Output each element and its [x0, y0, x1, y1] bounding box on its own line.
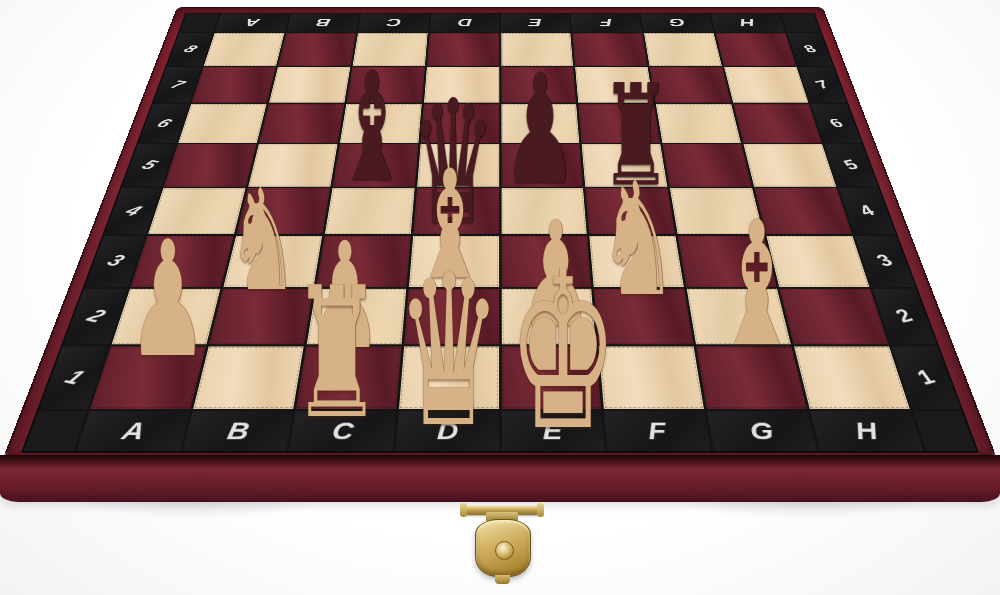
square-b6[interactable] [259, 104, 344, 143]
box-shadow-left [70, 470, 330, 520]
file-label-top-d: D [430, 14, 499, 32]
square-a8[interactable] [204, 33, 284, 66]
file-label-bottom-h: H [810, 411, 923, 451]
file-label-text: C [386, 16, 402, 29]
white-pawn-a2[interactable]: ♟ [128, 220, 208, 380]
square-h8[interactable] [716, 33, 796, 66]
rail-corner [913, 411, 976, 451]
rail-corner [781, 14, 821, 32]
rank-label-text: 8 [179, 43, 201, 56]
black-bishop-c5[interactable]: ♝ [334, 52, 409, 202]
clasp-button[interactable] [495, 541, 514, 560]
square-h1[interactable] [794, 347, 909, 409]
white-king-e1[interactable]: ♚ [508, 242, 618, 461]
square-h5[interactable] [744, 144, 837, 186]
rank-label-text: 1 [58, 365, 90, 390]
rank-label-text: 4 [853, 202, 881, 220]
file-label-bottom-g: G [707, 411, 817, 451]
file-label-text: F [646, 417, 667, 445]
white-bishop-g2[interactable]: ♝ [714, 199, 800, 371]
file-label-text: A [243, 16, 261, 29]
file-label-top-h: H [711, 14, 785, 32]
rank-label-text: 6 [152, 115, 176, 130]
file-label-top-b: B [287, 14, 360, 32]
black-pawn-e5[interactable]: ♟ [502, 55, 578, 206]
box-shadow-right [670, 470, 930, 520]
rank-label-text: 7 [810, 78, 834, 92]
file-label-text: D [457, 16, 472, 29]
white-queen-d1[interactable]: ♛ [396, 247, 501, 457]
file-label-text: G [747, 417, 776, 445]
file-label-text: B [315, 16, 332, 29]
rank-label-text: 2 [81, 305, 111, 327]
brass-clasp[interactable] [464, 499, 540, 589]
file-label-text: B [225, 417, 252, 445]
file-label-text: G [668, 16, 686, 29]
file-label-text: F [599, 16, 613, 29]
rank-label-text: 5 [837, 157, 864, 174]
file-label-top-c: C [358, 14, 429, 32]
rank-label-text: 7 [166, 78, 189, 92]
file-label-top-a: A [215, 14, 289, 32]
square-d8[interactable] [427, 33, 499, 66]
file-label-text: H [739, 16, 757, 29]
file-label-bottom-b: B [183, 411, 293, 451]
rail-corner [180, 14, 220, 32]
rank-label-text: 3 [101, 251, 129, 271]
white-rook-c1[interactable]: ♜ [292, 263, 383, 444]
rank-label-text: 5 [137, 157, 162, 174]
square-b1[interactable] [193, 347, 303, 409]
file-label-bottom-f: F [604, 411, 711, 451]
rank-label-text: 6 [823, 115, 848, 130]
white-knight-b3[interactable]: ♞ [228, 171, 298, 311]
rank-label-text: 2 [888, 305, 919, 327]
file-label-top-e: E [501, 14, 570, 32]
file-label-top-f: F [571, 14, 642, 32]
rank-label-text: 8 [798, 43, 821, 56]
file-label-text: H [852, 417, 881, 445]
chess-box-product-photo: ABCDEFGH8877665544332211ABCDEFGH ♝♛♟♜♝♞♞… [0, 0, 1000, 595]
square-a6[interactable] [178, 104, 266, 143]
square-a7[interactable] [192, 67, 276, 103]
file-label-text: E [529, 16, 543, 29]
clasp-plate[interactable] [475, 519, 531, 577]
clasp-tab [495, 575, 510, 584]
square-h7[interactable] [724, 67, 808, 103]
rank-label-text: 1 [909, 365, 942, 389]
file-label-top-g: G [641, 14, 714, 32]
file-label-bottom-a: A [76, 411, 189, 451]
rank-label-text: 3 [870, 251, 900, 271]
square-h6[interactable] [734, 104, 822, 143]
file-label-text: A [119, 417, 148, 445]
